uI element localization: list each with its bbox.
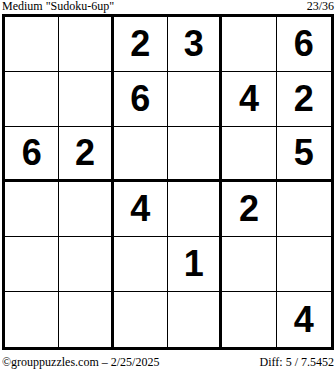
cell-r6c3[interactable] xyxy=(114,292,168,347)
cell-r3c2[interactable]: 2 xyxy=(59,127,113,182)
copyright-text: ©grouppuzzles.com – 2/25/2025 xyxy=(2,355,159,369)
cell-r6c4[interactable] xyxy=(168,292,222,347)
cell-r4c6[interactable] xyxy=(277,182,331,237)
cell-r6c5[interactable] xyxy=(222,292,276,347)
cell-r3c5[interactable] xyxy=(222,127,276,182)
cell-r3c4[interactable] xyxy=(168,127,222,182)
cell-r1c3[interactable]: 2 xyxy=(114,17,168,72)
puzzle-title: Medium "Sudoku-6up" xyxy=(2,0,114,13)
cell-r4c2[interactable] xyxy=(59,182,113,237)
cell-r1c5[interactable] xyxy=(222,17,276,72)
cell-r3c6[interactable]: 5 xyxy=(277,127,331,182)
cell-r2c3[interactable]: 6 xyxy=(114,72,168,127)
cell-r1c1[interactable] xyxy=(5,17,59,72)
puzzle-counter: 23/36 xyxy=(307,0,334,13)
cell-r1c2[interactable] xyxy=(59,17,113,72)
cell-r5c6[interactable] xyxy=(277,237,331,292)
cell-r6c6[interactable]: 4 xyxy=(277,292,331,347)
cell-r2c5[interactable]: 4 xyxy=(222,72,276,127)
puzzle-header: Medium "Sudoku-6up" 23/36 xyxy=(2,0,334,13)
cell-r1c4[interactable]: 3 xyxy=(168,17,222,72)
difficulty-text: Diff: 5 / 7.5452 xyxy=(260,355,334,369)
cell-r1c6[interactable]: 6 xyxy=(277,17,331,72)
cell-r4c5[interactable]: 2 xyxy=(222,182,276,237)
cell-r5c2[interactable] xyxy=(59,237,113,292)
cell-r3c1[interactable]: 6 xyxy=(5,127,59,182)
cell-r5c4[interactable]: 1 xyxy=(168,237,222,292)
cell-r2c2[interactable] xyxy=(59,72,113,127)
cell-r2c4[interactable] xyxy=(168,72,222,127)
cell-r2c6[interactable]: 2 xyxy=(277,72,331,127)
puzzle-footer: ©grouppuzzles.com – 2/25/2025 Diff: 5 / … xyxy=(2,355,334,369)
cell-r6c2[interactable] xyxy=(59,292,113,347)
cell-r4c1[interactable] xyxy=(5,182,59,237)
cell-r3c3[interactable] xyxy=(114,127,168,182)
cell-r4c4[interactable] xyxy=(168,182,222,237)
cell-r5c3[interactable] xyxy=(114,237,168,292)
cell-r2c1[interactable] xyxy=(5,72,59,127)
cell-r4c3[interactable]: 4 xyxy=(114,182,168,237)
puzzle-page: Medium "Sudoku-6up" 23/36 2366426254214 … xyxy=(0,0,336,370)
sudoku-grid: 2366426254214 xyxy=(2,14,334,350)
cell-r5c5[interactable] xyxy=(222,237,276,292)
cell-r5c1[interactable] xyxy=(5,237,59,292)
cell-r6c1[interactable] xyxy=(5,292,59,347)
